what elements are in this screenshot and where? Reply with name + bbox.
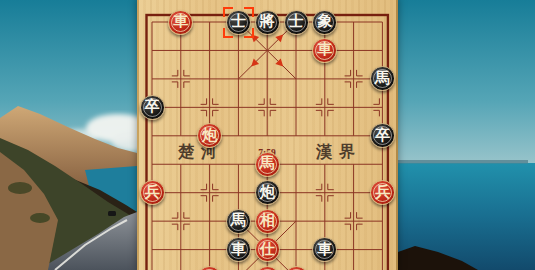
piece-label: 卒 <box>145 97 160 116</box>
piece-label: 士 <box>231 12 246 31</box>
piece-label: 象 <box>317 12 332 31</box>
vehicle <box>108 211 116 216</box>
piece-label: 士 <box>289 12 304 31</box>
piece-label: 車 <box>317 40 332 59</box>
piece-label: 兵 <box>145 183 160 202</box>
piece-label: 車 <box>231 240 246 259</box>
island-strip <box>398 160 528 164</box>
piece-black-general-e1[interactable]: 將 <box>255 10 280 35</box>
piece-label: 馬 <box>375 69 390 88</box>
piece-red-chariot-b1[interactable]: 車 <box>168 10 193 35</box>
piece-red-soldier-a7[interactable]: 兵 <box>140 180 165 205</box>
piece-red-soldier-i7[interactable]: 兵 <box>370 180 395 205</box>
piece-label: 將 <box>260 12 275 31</box>
piece-label: 炮 <box>202 126 217 145</box>
piece-black-advisor-f1[interactable]: 士 <box>284 10 309 35</box>
piece-black-horse-d8[interactable]: 馬 <box>226 209 251 234</box>
piece-black-advisor-d1[interactable]: 士 <box>226 10 251 35</box>
piece-red-elephant-e8[interactable]: 相 <box>255 209 280 234</box>
piece-label: 車 <box>173 12 188 31</box>
river-label-right: 漢界 <box>315 143 362 160</box>
shrub <box>30 213 50 223</box>
piece-black-soldier-a4[interactable]: 卒 <box>140 95 165 120</box>
piece-label: 兵 <box>375 183 390 202</box>
piece-label: 馬 <box>231 211 246 230</box>
piece-label: 相 <box>260 211 275 230</box>
piece-label: 炮 <box>260 183 275 202</box>
piece-red-advisor-e9[interactable]: 仕 <box>255 237 280 262</box>
piece-label: 車 <box>317 240 332 259</box>
shrub <box>8 182 32 194</box>
xiangqi-app: 楚河 漢界 7:59 車士將士象車馬卒炮卒馬兵炮兵馬相車仕車 <box>0 0 535 270</box>
piece-black-elephant-g1[interactable]: 象 <box>312 10 337 35</box>
piece-black-chariot-d9[interactable]: 車 <box>226 237 251 262</box>
piece-black-cannon-e7[interactable]: 炮 <box>255 180 280 205</box>
piece-label: 仕 <box>260 240 275 259</box>
piece-label: 馬 <box>260 154 275 173</box>
piece-red-horse-e6[interactable]: 馬 <box>255 152 280 177</box>
piece-label: 卒 <box>375 126 390 145</box>
river-label-left: 楚河 <box>177 143 224 160</box>
